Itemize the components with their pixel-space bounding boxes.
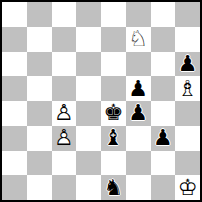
piece-black-bishop-e3: ♝ [101, 126, 126, 151]
white-knight-icon: ♘ [126, 27, 151, 52]
square-f7[interactable]: ♞♘ [126, 27, 151, 52]
chess-board: ♞♘♟♟♝♗♟♙♚♟♟♙♝♟♞♚♔ [0, 0, 202, 202]
square-c1[interactable] [52, 175, 77, 200]
square-h7[interactable] [175, 27, 200, 52]
square-a6[interactable] [2, 52, 27, 77]
square-d8[interactable] [76, 2, 101, 27]
square-a7[interactable] [2, 27, 27, 52]
square-g5[interactable] [151, 76, 176, 101]
square-g4[interactable] [151, 101, 176, 126]
square-b2[interactable] [27, 151, 52, 176]
square-c8[interactable] [52, 2, 77, 27]
square-g7[interactable] [151, 27, 176, 52]
square-e2[interactable] [101, 151, 126, 176]
square-f4[interactable]: ♟ [126, 101, 151, 126]
square-a1[interactable] [2, 175, 27, 200]
square-h8[interactable] [175, 2, 200, 27]
square-f3[interactable] [126, 126, 151, 151]
square-h5[interactable]: ♝♗ [175, 76, 200, 101]
square-a5[interactable] [2, 76, 27, 101]
square-c7[interactable] [52, 27, 77, 52]
square-g8[interactable] [151, 2, 176, 27]
square-f8[interactable] [126, 2, 151, 27]
square-h4[interactable] [175, 101, 200, 126]
square-d3[interactable] [76, 126, 101, 151]
square-f1[interactable] [126, 175, 151, 200]
square-d7[interactable] [76, 27, 101, 52]
piece-black-pawn-f5: ♟ [126, 76, 151, 101]
square-e1[interactable]: ♞ [101, 175, 126, 200]
square-b3[interactable] [27, 126, 52, 151]
square-g3[interactable]: ♟ [151, 126, 176, 151]
square-d1[interactable] [76, 175, 101, 200]
square-e6[interactable] [101, 52, 126, 77]
square-b8[interactable] [27, 2, 52, 27]
square-e4[interactable]: ♚ [101, 101, 126, 126]
piece-white-pawn-c3: ♟♙ [52, 126, 77, 151]
square-a8[interactable] [2, 2, 27, 27]
square-c6[interactable] [52, 52, 77, 77]
square-c5[interactable] [52, 76, 77, 101]
piece-white-king-h1: ♚♔ [175, 175, 200, 200]
square-b4[interactable] [27, 101, 52, 126]
square-e3[interactable]: ♝ [101, 126, 126, 151]
square-d6[interactable] [76, 52, 101, 77]
square-c3[interactable]: ♟♙ [52, 126, 77, 151]
square-f5[interactable]: ♟ [126, 76, 151, 101]
square-g6[interactable] [151, 52, 176, 77]
piece-black-pawn-h6: ♟ [175, 52, 200, 77]
square-c4[interactable]: ♟♙ [52, 101, 77, 126]
white-pawn-icon: ♙ [52, 101, 77, 126]
square-h2[interactable] [175, 151, 200, 176]
square-d4[interactable] [76, 101, 101, 126]
square-h3[interactable] [175, 126, 200, 151]
square-b6[interactable] [27, 52, 52, 77]
square-h6[interactable]: ♟ [175, 52, 200, 77]
square-d5[interactable] [76, 76, 101, 101]
piece-black-pawn-g3: ♟ [151, 126, 176, 151]
piece-white-pawn-c4: ♟♙ [52, 101, 77, 126]
square-g2[interactable] [151, 151, 176, 176]
square-a2[interactable] [2, 151, 27, 176]
white-pawn-icon: ♙ [52, 126, 77, 151]
square-e8[interactable] [101, 2, 126, 27]
white-bishop-icon: ♗ [175, 76, 200, 101]
square-b5[interactable] [27, 76, 52, 101]
chess-diagram: ♞♘♟♟♝♗♟♙♚♟♟♙♝♟♞♚♔ [0, 0, 202, 202]
square-e7[interactable] [101, 27, 126, 52]
square-f6[interactable] [126, 52, 151, 77]
piece-black-pawn-f4: ♟ [126, 101, 151, 126]
square-d2[interactable] [76, 151, 101, 176]
square-b1[interactable] [27, 175, 52, 200]
square-b7[interactable] [27, 27, 52, 52]
white-king-icon: ♔ [175, 175, 200, 200]
square-a4[interactable] [2, 101, 27, 126]
piece-white-bishop-h5: ♝♗ [175, 76, 200, 101]
piece-black-knight-e1: ♞ [101, 175, 126, 200]
square-c2[interactable] [52, 151, 77, 176]
square-g1[interactable] [151, 175, 176, 200]
piece-black-king-e4: ♚ [101, 101, 126, 126]
square-a3[interactable] [2, 126, 27, 151]
piece-white-knight-f7: ♞♘ [126, 27, 151, 52]
square-f2[interactable] [126, 151, 151, 176]
square-h1[interactable]: ♚♔ [175, 175, 200, 200]
square-e5[interactable] [101, 76, 126, 101]
